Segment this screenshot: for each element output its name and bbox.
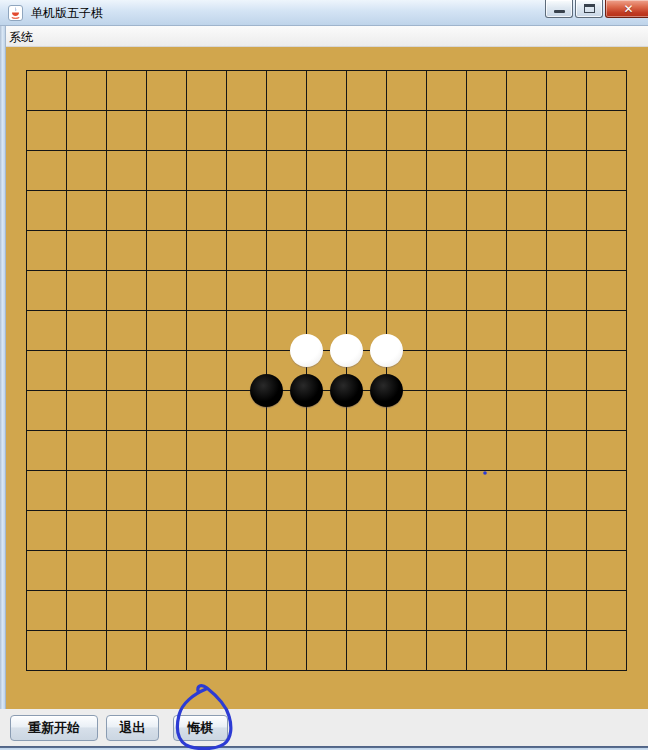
close-icon: ✕	[623, 3, 633, 15]
close-button[interactable]: ✕	[605, 0, 648, 18]
window-bottom-border	[0, 746, 648, 750]
maximize-icon	[584, 4, 595, 13]
window-title: 单机版五子棋	[31, 5, 103, 22]
restart-button[interactable]: 重新开始	[10, 715, 98, 741]
minimize-button[interactable]	[545, 0, 573, 18]
window-left-border	[0, 26, 6, 747]
control-panel: 重新开始 退出 悔棋	[0, 709, 648, 746]
board-grid-lines	[26, 70, 627, 671]
menu-item-system[interactable]: 系统	[0, 26, 42, 47]
java-coffee-cup-icon	[8, 5, 23, 21]
title-bar: 单机版五子棋 ✕	[0, 0, 648, 26]
exit-button[interactable]: 退出	[106, 715, 159, 741]
minimize-icon	[554, 10, 565, 13]
gomoku-board[interactable]	[6, 47, 648, 709]
maximize-button[interactable]	[575, 0, 603, 18]
undo-move-button[interactable]: 悔棋	[173, 715, 228, 741]
menu-bar: 系统	[0, 26, 648, 47]
